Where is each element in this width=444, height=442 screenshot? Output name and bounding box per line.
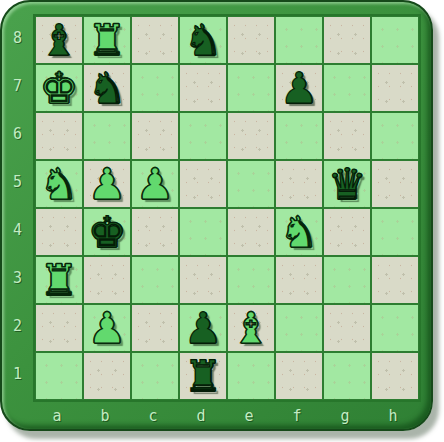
piece-black-knight[interactable]: ♞ <box>88 64 127 112</box>
piece-black-bishop[interactable]: ♝ <box>40 16 79 64</box>
piece-white-rook[interactable]: ♜ <box>40 256 79 304</box>
square-h1[interactable] <box>371 352 419 400</box>
piece-black-king[interactable]: ♚ <box>88 208 127 256</box>
rank-label-4: 4 <box>2 206 33 254</box>
piece-black-rook[interactable]: ♜ <box>184 352 223 400</box>
square-d5[interactable] <box>179 160 227 208</box>
square-h6[interactable] <box>371 112 419 160</box>
square-a1[interactable] <box>35 352 83 400</box>
square-g8[interactable] <box>323 16 371 64</box>
square-d4[interactable] <box>179 208 227 256</box>
square-g1[interactable] <box>323 352 371 400</box>
square-h8[interactable] <box>371 16 419 64</box>
square-f4[interactable]: ♞ <box>275 208 323 256</box>
file-label-h: h <box>369 400 417 431</box>
rank-label-2: 2 <box>2 302 33 350</box>
square-b6[interactable] <box>83 112 131 160</box>
square-h7[interactable] <box>371 64 419 112</box>
square-d7[interactable] <box>179 64 227 112</box>
square-f3[interactable] <box>275 256 323 304</box>
piece-black-knight[interactable]: ♞ <box>184 16 223 64</box>
square-c1[interactable] <box>131 352 179 400</box>
piece-white-pawn[interactable]: ♟ <box>88 304 127 352</box>
square-f8[interactable] <box>275 16 323 64</box>
piece-white-pawn[interactable]: ♟ <box>88 160 127 208</box>
square-a4[interactable] <box>35 208 83 256</box>
file-label-g: g <box>321 400 369 431</box>
square-e7[interactable] <box>227 64 275 112</box>
chess-board: 87654321 abcdefgh ♝♜♞♚♞♟♞♟♟♛♚♞♜♟♟♝♜ <box>0 0 433 431</box>
file-label-c: c <box>129 400 177 431</box>
file-label-e: e <box>225 400 273 431</box>
square-g5[interactable]: ♛ <box>323 160 371 208</box>
square-h2[interactable] <box>371 304 419 352</box>
square-c7[interactable] <box>131 64 179 112</box>
square-c4[interactable] <box>131 208 179 256</box>
square-h4[interactable] <box>371 208 419 256</box>
square-f6[interactable] <box>275 112 323 160</box>
rank-label-8: 8 <box>2 14 33 62</box>
square-b3[interactable] <box>83 256 131 304</box>
square-g7[interactable] <box>323 64 371 112</box>
square-e5[interactable] <box>227 160 275 208</box>
square-d6[interactable] <box>179 112 227 160</box>
square-d1[interactable]: ♜ <box>179 352 227 400</box>
square-b1[interactable] <box>83 352 131 400</box>
square-b4[interactable]: ♚ <box>83 208 131 256</box>
square-g4[interactable] <box>323 208 371 256</box>
square-a7[interactable]: ♚ <box>35 64 83 112</box>
square-b5[interactable]: ♟ <box>83 160 131 208</box>
square-a3[interactable]: ♜ <box>35 256 83 304</box>
rank-label-7: 7 <box>2 62 33 110</box>
rank-labels: 87654321 <box>2 14 33 398</box>
piece-black-pawn[interactable]: ♟ <box>184 304 223 352</box>
square-h3[interactable] <box>371 256 419 304</box>
square-a8[interactable]: ♝ <box>35 16 83 64</box>
square-h5[interactable] <box>371 160 419 208</box>
square-c5[interactable]: ♟ <box>131 160 179 208</box>
square-g2[interactable] <box>323 304 371 352</box>
rank-label-6: 6 <box>2 110 33 158</box>
square-b7[interactable]: ♞ <box>83 64 131 112</box>
square-b2[interactable]: ♟ <box>83 304 131 352</box>
square-f5[interactable] <box>275 160 323 208</box>
square-a2[interactable] <box>35 304 83 352</box>
square-f7[interactable]: ♟ <box>275 64 323 112</box>
square-d3[interactable] <box>179 256 227 304</box>
square-a6[interactable] <box>35 112 83 160</box>
square-a5[interactable]: ♞ <box>35 160 83 208</box>
square-d8[interactable]: ♞ <box>179 16 227 64</box>
square-g3[interactable] <box>323 256 371 304</box>
piece-white-knight[interactable]: ♞ <box>280 208 319 256</box>
square-d2[interactable]: ♟ <box>179 304 227 352</box>
square-c3[interactable] <box>131 256 179 304</box>
piece-white-rook[interactable]: ♜ <box>88 16 127 64</box>
piece-black-pawn[interactable]: ♟ <box>280 64 319 112</box>
square-c2[interactable] <box>131 304 179 352</box>
file-labels: abcdefgh <box>33 400 417 431</box>
piece-white-pawn[interactable]: ♟ <box>136 160 175 208</box>
square-b8[interactable]: ♜ <box>83 16 131 64</box>
piece-white-bishop[interactable]: ♝ <box>232 304 271 352</box>
square-f1[interactable] <box>275 352 323 400</box>
square-g6[interactable] <box>323 112 371 160</box>
square-e6[interactable] <box>227 112 275 160</box>
square-f2[interactable] <box>275 304 323 352</box>
file-label-b: b <box>81 400 129 431</box>
file-label-f: f <box>273 400 321 431</box>
square-e8[interactable] <box>227 16 275 64</box>
board-grid: ♝♜♞♚♞♟♞♟♟♛♚♞♜♟♟♝♜ <box>33 14 421 402</box>
square-e4[interactable] <box>227 208 275 256</box>
piece-white-king[interactable]: ♚ <box>40 64 79 112</box>
square-e2[interactable]: ♝ <box>227 304 275 352</box>
rank-label-3: 3 <box>2 254 33 302</box>
rank-label-1: 1 <box>2 350 33 398</box>
square-c6[interactable] <box>131 112 179 160</box>
piece-black-queen[interactable]: ♛ <box>328 160 367 208</box>
file-label-a: a <box>33 400 81 431</box>
square-e1[interactable] <box>227 352 275 400</box>
rank-label-5: 5 <box>2 158 33 206</box>
square-c8[interactable] <box>131 16 179 64</box>
file-label-d: d <box>177 400 225 431</box>
square-e3[interactable] <box>227 256 275 304</box>
piece-white-knight[interactable]: ♞ <box>40 160 79 208</box>
